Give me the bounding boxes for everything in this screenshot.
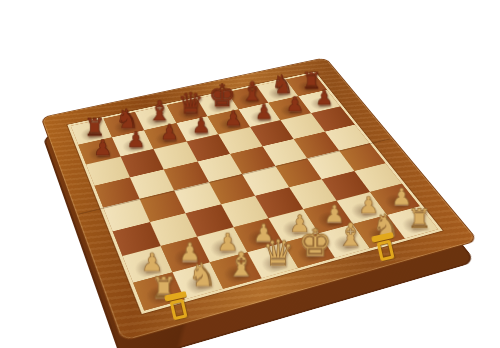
piece-white-bishop: ♝ bbox=[226, 248, 256, 281]
piece-black-bishop: ♝ bbox=[240, 78, 264, 104]
square-b6 bbox=[120, 149, 163, 177]
square-g6 bbox=[281, 113, 325, 138]
square-f6 bbox=[250, 120, 294, 146]
square-f7: ♟ bbox=[238, 103, 280, 128]
board-scene: ♜♞♝♛♚♝♞♜♟♟♟♟♟♟♟♟♟♟♟♟♟♟♟♟♜♞♝♛♚♝♞♜ bbox=[0, 0, 500, 348]
square-f8: ♝ bbox=[227, 86, 268, 109]
square-c8: ♝ bbox=[135, 105, 176, 130]
piece-black-pawn: ♟ bbox=[160, 123, 179, 144]
square-h7: ♟ bbox=[298, 90, 341, 114]
piece-white-rook: ♜ bbox=[408, 205, 432, 232]
piece-black-bishop: ♝ bbox=[147, 98, 171, 125]
piece-black-pawn: ♟ bbox=[127, 130, 146, 151]
piece-black-rook: ♜ bbox=[301, 69, 321, 91]
piece-black-pawn: ♟ bbox=[93, 137, 112, 159]
piece-black-pawn: ♟ bbox=[255, 102, 273, 123]
square-e5 bbox=[230, 146, 275, 174]
square-d8: ♛ bbox=[166, 99, 207, 123]
square-b8: ♞ bbox=[103, 112, 144, 137]
square-a6 bbox=[86, 157, 129, 186]
square-a8: ♜ bbox=[71, 119, 112, 145]
square-c6 bbox=[154, 142, 197, 170]
square-c7: ♟ bbox=[144, 123, 186, 149]
piece-white-queen: ♛ bbox=[262, 235, 294, 271]
square-g7: ♟ bbox=[268, 96, 310, 120]
piece-black-pawn: ♟ bbox=[285, 95, 303, 115]
latch-hasp-icon bbox=[170, 299, 188, 321]
piece-black-knight: ♞ bbox=[115, 106, 139, 132]
square-b7: ♟ bbox=[111, 130, 153, 157]
square-d7: ♟ bbox=[176, 116, 218, 142]
square-a7: ♟ bbox=[78, 137, 120, 164]
square-d6 bbox=[186, 134, 230, 161]
chess-board: ♜♞♝♛♚♝♞♜♟♟♟♟♟♟♟♟♟♟♟♟♟♟♟♟♜♞♝♛♚♝♞♜ bbox=[42, 58, 478, 341]
piece-black-pawn: ♟ bbox=[192, 115, 211, 136]
product-photo: ♜♞♝♛♚♝♞♜♟♟♟♟♟♟♟♟♟♟♟♟♟♟♟♟♜♞♝♛♚♝♞♜ bbox=[0, 0, 500, 348]
square-h8: ♜ bbox=[286, 73, 327, 96]
square-e8: ♚ bbox=[197, 92, 238, 116]
piece-black-king: ♚ bbox=[208, 80, 236, 111]
piece-black-pawn: ♟ bbox=[224, 108, 243, 129]
square-f5 bbox=[262, 139, 307, 166]
square-h5 bbox=[324, 124, 369, 150]
square-h4 bbox=[339, 143, 386, 171]
piece-black-rook: ♜ bbox=[84, 115, 105, 139]
piece-white-knight: ♞ bbox=[188, 259, 217, 291]
piece-black-pawn: ♟ bbox=[315, 88, 333, 108]
square-e7: ♟ bbox=[207, 109, 249, 134]
square-g5 bbox=[293, 131, 338, 158]
piece-black-knight: ♞ bbox=[271, 73, 294, 98]
square-g8: ♞ bbox=[257, 80, 298, 103]
piece-black-queen: ♛ bbox=[178, 88, 205, 118]
piece-white-bishop: ♝ bbox=[336, 219, 365, 251]
square-h6 bbox=[311, 107, 355, 132]
piece-white-king: ♚ bbox=[298, 223, 332, 261]
latch-hasp-icon bbox=[377, 240, 395, 262]
square-e6 bbox=[218, 127, 262, 153]
